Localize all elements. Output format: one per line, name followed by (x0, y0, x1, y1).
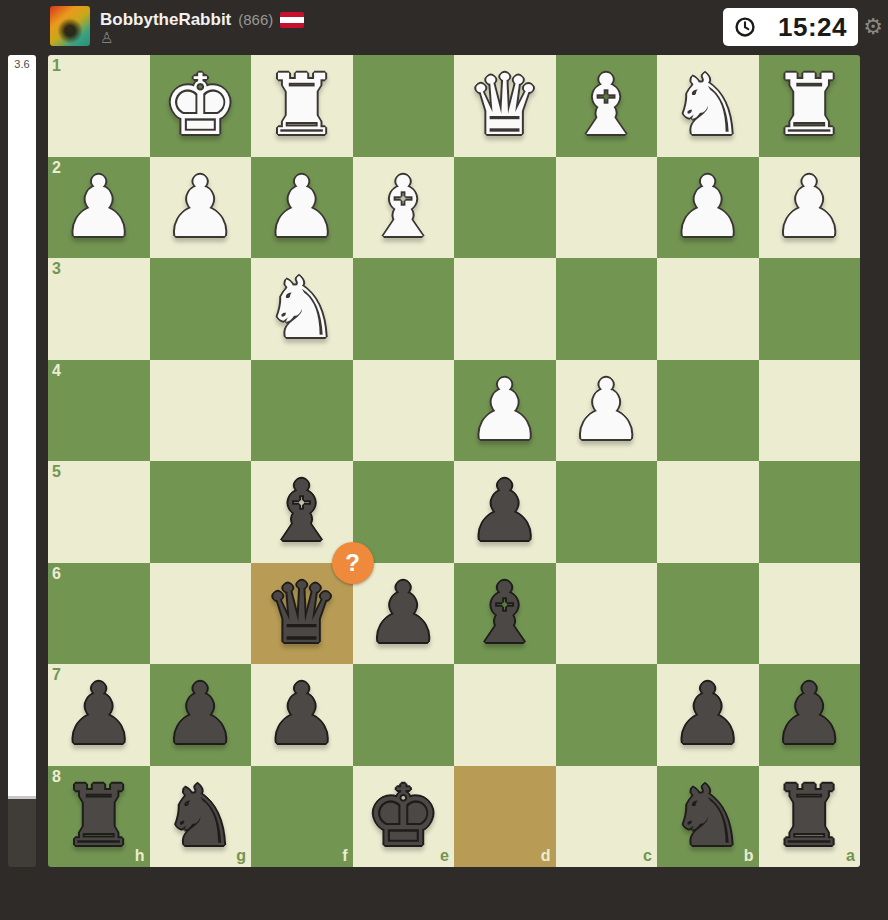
white-pawn-f2[interactable]: ♟ (264, 157, 339, 258)
square-c5[interactable] (556, 461, 658, 563)
white-pawn-a2[interactable]: ♟ (772, 157, 847, 258)
rank-label-8: 8 (52, 769, 61, 785)
square-d7[interactable] (454, 664, 556, 766)
square-f7[interactable]: ♟ (251, 664, 353, 766)
square-b3[interactable] (657, 258, 759, 360)
black-bishop-d6[interactable]: ♝ (467, 563, 542, 664)
square-a5[interactable] (759, 461, 861, 563)
white-bishop-e2[interactable]: ♝ (366, 157, 441, 258)
square-a6[interactable] (759, 563, 861, 665)
square-f3[interactable]: ♞ (251, 258, 353, 360)
file-label-e: e (440, 848, 449, 864)
black-rook-a8[interactable]: ♜ (772, 766, 847, 867)
black-knight-g8[interactable]: ♞ (163, 766, 238, 867)
square-f4[interactable] (251, 360, 353, 462)
top-clock-time: 15:24 (778, 12, 847, 43)
square-g2[interactable]: ♟ (150, 157, 252, 259)
square-d6[interactable]: ♝ (454, 563, 556, 665)
square-b6[interactable] (657, 563, 759, 665)
white-king-g1[interactable]: ♚ (163, 55, 238, 156)
square-h7[interactable]: 7♟ (48, 664, 150, 766)
square-g1[interactable]: ♚ (150, 55, 252, 157)
square-h3[interactable]: 3 (48, 258, 150, 360)
square-g5[interactable] (150, 461, 252, 563)
square-b8[interactable]: b♞ (657, 766, 759, 868)
black-rook-h8[interactable]: ♜ (61, 766, 136, 867)
square-b2[interactable]: ♟ (657, 157, 759, 259)
square-d3[interactable] (454, 258, 556, 360)
top-player-info: BobbytheRabbit (866) ♙ (100, 10, 304, 46)
square-g4[interactable] (150, 360, 252, 462)
rank-label-2: 2 (52, 160, 61, 176)
square-c1[interactable]: ♝ (556, 55, 658, 157)
square-a3[interactable] (759, 258, 861, 360)
evaluation-score: 3.6 (8, 58, 36, 70)
white-knight-b1[interactable]: ♞ (670, 55, 745, 156)
top-player-rating: (866) (238, 11, 273, 28)
austria-flag-icon (280, 12, 304, 28)
captured-black-pawn-icon: ♙ (100, 30, 113, 46)
square-b5[interactable] (657, 461, 759, 563)
square-g8[interactable]: g♞ (150, 766, 252, 868)
gear-icon[interactable]: ⚙ (861, 15, 885, 39)
mistake-badge: ? (332, 542, 374, 584)
white-rook-f1[interactable]: ♜ (264, 55, 339, 156)
square-h6[interactable]: 6 (48, 563, 150, 665)
clock-icon (734, 16, 756, 38)
white-bishop-c1[interactable]: ♝ (569, 55, 644, 156)
white-pawn-b2[interactable]: ♟ (670, 157, 745, 258)
evaluation-bar-white-fill (8, 55, 36, 799)
square-a1[interactable]: ♜ (759, 55, 861, 157)
rank-label-6: 6 (52, 566, 61, 582)
rank-label-3: 3 (52, 261, 61, 277)
square-c6[interactable] (556, 563, 658, 665)
black-queen-f6[interactable]: ♛ (264, 563, 339, 664)
black-knight-b8[interactable]: ♞ (670, 766, 745, 867)
rank-label-5: 5 (52, 464, 61, 480)
square-h8[interactable]: 8h♜ (48, 766, 150, 868)
square-d4[interactable]: ♟ (454, 360, 556, 462)
square-b7[interactable]: ♟ (657, 664, 759, 766)
black-pawn-e6[interactable]: ♟ (366, 563, 441, 664)
square-h4[interactable]: 4 (48, 360, 150, 462)
black-bishop-f5[interactable]: ♝ (264, 461, 339, 562)
black-pawn-g7[interactable]: ♟ (163, 664, 238, 765)
square-g7[interactable]: ♟ (150, 664, 252, 766)
square-c2[interactable] (556, 157, 658, 259)
evaluation-bar: 3.6 (8, 55, 36, 867)
rank-label-4: 4 (52, 363, 61, 379)
square-e7[interactable] (353, 664, 455, 766)
file-label-a: a (846, 848, 855, 864)
rank-label-1: 1 (52, 58, 61, 74)
white-pawn-c4[interactable]: ♟ (569, 360, 644, 461)
white-knight-f3[interactable]: ♞ (264, 258, 339, 359)
square-b1[interactable]: ♞ (657, 55, 759, 157)
square-a2[interactable]: ♟ (759, 157, 861, 259)
square-b4[interactable] (657, 360, 759, 462)
file-label-d: d (541, 848, 551, 864)
square-c4[interactable]: ♟ (556, 360, 658, 462)
chess-board: 1♚♜♛♝♞♜2♟♟♟♝♟♟3♞4♟♟5♝♟6♛?♟♝7♟♟♟♟♟8h♜g♞fe… (48, 55, 860, 867)
top-player-name[interactable]: BobbytheRabbit (100, 10, 231, 29)
white-pawn-d4[interactable]: ♟ (467, 360, 542, 461)
file-label-c: c (643, 848, 652, 864)
white-queen-d1[interactable]: ♛ (467, 55, 542, 156)
square-e1[interactable] (353, 55, 455, 157)
square-e3[interactable] (353, 258, 455, 360)
black-pawn-f7[interactable]: ♟ (264, 664, 339, 765)
top-player-bar: BobbytheRabbit (866) ♙ 15:24 ⚙ (0, 0, 888, 55)
square-e4[interactable] (353, 360, 455, 462)
black-pawn-h7[interactable]: ♟ (61, 664, 136, 765)
square-h2[interactable]: 2♟ (48, 157, 150, 259)
black-king-e8[interactable]: ♚ (366, 766, 441, 867)
top-captured-pieces: ♙ (100, 30, 304, 46)
square-a7[interactable]: ♟ (759, 664, 861, 766)
square-g3[interactable] (150, 258, 252, 360)
white-pawn-h2[interactable]: ♟ (61, 157, 136, 258)
square-e8[interactable]: e♚ (353, 766, 455, 868)
black-pawn-d5[interactable]: ♟ (467, 461, 542, 562)
square-h1[interactable]: 1 (48, 55, 150, 157)
white-rook-a1[interactable]: ♜ (772, 55, 847, 156)
square-f8[interactable]: f (251, 766, 353, 868)
square-a8[interactable]: a♜ (759, 766, 861, 868)
square-f6[interactable]: ♛? (251, 563, 353, 665)
file-label-f: f (342, 848, 347, 864)
square-f1[interactable]: ♜ (251, 55, 353, 157)
square-d2[interactable] (454, 157, 556, 259)
square-g6[interactable] (150, 563, 252, 665)
top-player-avatar[interactable] (50, 6, 90, 46)
top-player-clock: 15:24 (723, 8, 858, 46)
square-c8[interactable]: c (556, 766, 658, 868)
bottom-player-bar: ♟ bansheebray44 (910) ♟ 14:49 (0, 866, 888, 920)
square-c7[interactable] (556, 664, 658, 766)
square-a4[interactable] (759, 360, 861, 462)
square-d5[interactable]: ♟ (454, 461, 556, 563)
white-pawn-g2[interactable]: ♟ (163, 157, 238, 258)
square-f2[interactable]: ♟ (251, 157, 353, 259)
rank-label-7: 7 (52, 667, 61, 683)
square-h5[interactable]: 5 (48, 461, 150, 563)
black-pawn-a7[interactable]: ♟ (772, 664, 847, 765)
square-e2[interactable]: ♝ (353, 157, 455, 259)
square-c3[interactable] (556, 258, 658, 360)
square-d1[interactable]: ♛ (454, 55, 556, 157)
black-pawn-b7[interactable]: ♟ (670, 664, 745, 765)
square-d8[interactable]: d (454, 766, 556, 868)
